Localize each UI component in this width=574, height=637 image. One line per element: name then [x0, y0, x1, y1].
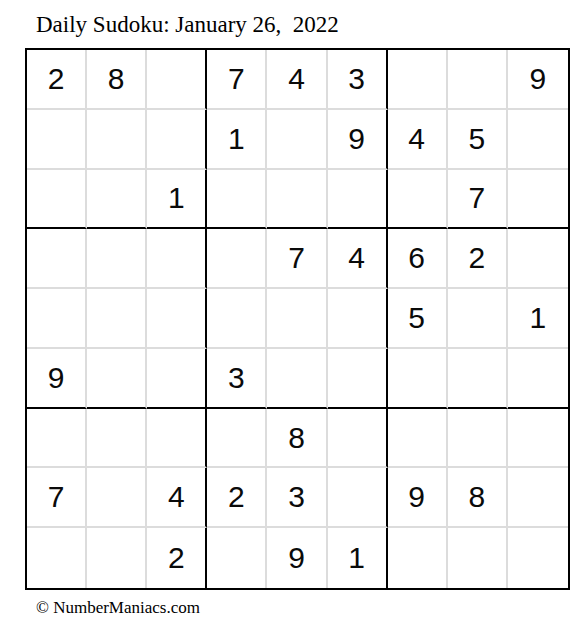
cell-r8c9 [508, 468, 568, 528]
cell-r4c4 [207, 229, 267, 289]
cell-r3c9 [508, 170, 568, 230]
cell-r6c9 [508, 349, 568, 409]
cell-r5c8 [448, 289, 508, 349]
cell-r8c3: 4 [147, 468, 207, 528]
cell-r5c9: 1 [508, 289, 568, 349]
cell-r7c5: 8 [267, 409, 327, 469]
cell-r8c2 [87, 468, 147, 528]
cell-r8c5: 3 [267, 468, 327, 528]
cell-r6c3 [147, 349, 207, 409]
cell-r7c9 [508, 409, 568, 469]
cell-r9c8 [448, 528, 508, 588]
cell-r6c8 [448, 349, 508, 409]
cell-r5c4 [207, 289, 267, 349]
page-title: Daily Sudoku: January 26, 2022 [36, 11, 339, 39]
cell-r4c5: 7 [267, 229, 327, 289]
cell-r4c8: 2 [448, 229, 508, 289]
cell-r3c4 [207, 170, 267, 230]
cell-r5c6 [328, 289, 388, 349]
cell-r2c9 [508, 110, 568, 170]
cell-r5c3 [147, 289, 207, 349]
cell-r8c8: 8 [448, 468, 508, 528]
cell-r9c3: 2 [147, 528, 207, 588]
cell-r7c4 [207, 409, 267, 469]
cell-r3c3: 1 [147, 170, 207, 230]
cell-r1c3 [147, 50, 207, 110]
cell-r5c7: 5 [388, 289, 448, 349]
cell-r5c2 [87, 289, 147, 349]
cell-r1c2: 8 [87, 50, 147, 110]
cell-r2c1 [27, 110, 87, 170]
cell-r4c1 [27, 229, 87, 289]
cell-r1c5: 4 [267, 50, 327, 110]
cell-r2c2 [87, 110, 147, 170]
cell-r8c1: 7 [27, 468, 87, 528]
cell-r3c8: 7 [448, 170, 508, 230]
cell-r2c4: 1 [207, 110, 267, 170]
cell-r7c1 [27, 409, 87, 469]
cell-r8c7: 9 [388, 468, 448, 528]
cell-r2c3 [147, 110, 207, 170]
cell-r6c7 [388, 349, 448, 409]
cell-r6c6 [328, 349, 388, 409]
cell-r9c2 [87, 528, 147, 588]
cell-r2c5 [267, 110, 327, 170]
cell-r2c6: 9 [328, 110, 388, 170]
cell-r2c8: 5 [448, 110, 508, 170]
cell-r3c1 [27, 170, 87, 230]
cell-r2c7: 4 [388, 110, 448, 170]
cell-r9c9 [508, 528, 568, 588]
cell-r1c4: 7 [207, 50, 267, 110]
cell-r7c7 [388, 409, 448, 469]
copyright-credit: © NumberManiacs.com [36, 598, 200, 618]
cell-r6c2 [87, 349, 147, 409]
cell-r9c7 [388, 528, 448, 588]
cell-r4c3 [147, 229, 207, 289]
cell-r8c6 [328, 468, 388, 528]
cell-r1c6: 3 [328, 50, 388, 110]
cell-r9c1 [27, 528, 87, 588]
cell-r4c2 [87, 229, 147, 289]
cell-r4c7: 6 [388, 229, 448, 289]
sudoku-board: 287439194517746251938742398291 [25, 48, 570, 590]
cell-r4c9 [508, 229, 568, 289]
cell-r7c2 [87, 409, 147, 469]
cell-r7c8 [448, 409, 508, 469]
cell-r5c5 [267, 289, 327, 349]
cell-r7c3 [147, 409, 207, 469]
cell-r3c7 [388, 170, 448, 230]
cell-r3c5 [267, 170, 327, 230]
cell-r4c6: 4 [328, 229, 388, 289]
cell-r1c1: 2 [27, 50, 87, 110]
cell-r6c5 [267, 349, 327, 409]
cell-r1c9: 9 [508, 50, 568, 110]
cell-r9c5: 9 [267, 528, 327, 588]
cell-r3c2 [87, 170, 147, 230]
cell-r7c6 [328, 409, 388, 469]
cell-r3c6 [328, 170, 388, 230]
cell-r1c8 [448, 50, 508, 110]
cell-r6c1: 9 [27, 349, 87, 409]
cell-r1c7 [388, 50, 448, 110]
cell-r8c4: 2 [207, 468, 267, 528]
cell-r9c6: 1 [328, 528, 388, 588]
cell-r5c1 [27, 289, 87, 349]
cell-r6c4: 3 [207, 349, 267, 409]
cell-r9c4 [207, 528, 267, 588]
